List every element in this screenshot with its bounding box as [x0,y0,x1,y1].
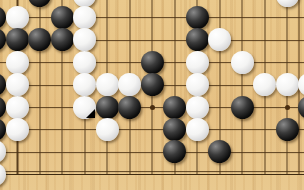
go-board[interactable] [0,0,304,190]
stone-black [276,118,299,141]
stone-white [186,51,209,74]
stone-white [6,51,29,74]
board-bottom-edge-line [0,174,304,176]
stone-black [96,96,119,119]
stone-white [186,118,209,141]
stone-black [231,96,254,119]
stone-black [186,28,209,51]
stone-black [6,28,29,51]
stone-white [186,73,209,96]
stone-white [73,96,96,119]
stone-black [141,73,164,96]
stone-black [163,118,186,141]
stone-white [6,118,29,141]
stone-white [6,73,29,96]
star-point [285,105,290,110]
stone-white [6,96,29,119]
stone-black [51,28,74,51]
stone-black [118,96,141,119]
stone-white [6,6,29,29]
stone-white [96,118,119,141]
last-move-marker [86,109,95,118]
stone-black [51,6,74,29]
stone-white [96,73,119,96]
stone-black [163,96,186,119]
stone-white [186,96,209,119]
stone-white [231,51,254,74]
stone-black [186,6,209,29]
stone-white [73,6,96,29]
stone-black [141,51,164,74]
star-point [150,105,155,110]
go-app-viewport [0,0,304,190]
stone-white [276,73,299,96]
stone-white [73,51,96,74]
